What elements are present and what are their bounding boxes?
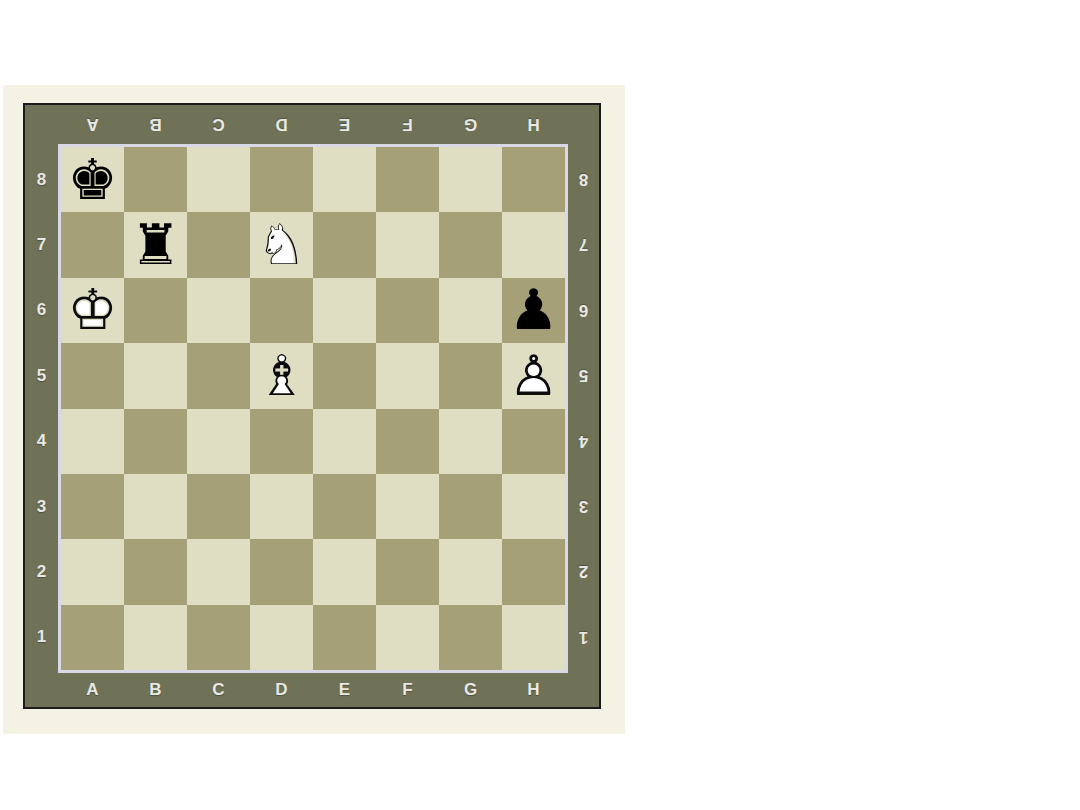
- rank-label-6: 6: [25, 278, 58, 343]
- square-f5[interactable]: [376, 343, 439, 408]
- file-label-a: A: [61, 673, 124, 707]
- square-h4[interactable]: [502, 409, 565, 474]
- square-a1[interactable]: [61, 605, 124, 670]
- square-d1[interactable]: [250, 605, 313, 670]
- square-h8[interactable]: [502, 147, 565, 212]
- square-f7[interactable]: [376, 212, 439, 277]
- square-b1[interactable]: [124, 605, 187, 670]
- white-king-icon: ♚♔: [67, 282, 117, 338]
- square-e1[interactable]: [313, 605, 376, 670]
- square-d6[interactable]: [250, 278, 313, 343]
- square-b4[interactable]: [124, 409, 187, 474]
- rank-label-3: 3: [568, 474, 599, 539]
- square-e7[interactable]: [313, 212, 376, 277]
- square-a7[interactable]: [61, 212, 124, 277]
- file-labels-top: ABCDEFGH: [61, 105, 565, 144]
- square-d3[interactable]: [250, 474, 313, 539]
- square-a5[interactable]: [61, 343, 124, 408]
- square-f1[interactable]: [376, 605, 439, 670]
- rank-label-5: 5: [568, 343, 599, 408]
- white-knight-icon: ♞♘: [256, 217, 306, 273]
- rank-label-1: 1: [568, 605, 599, 670]
- square-g1[interactable]: [439, 605, 502, 670]
- file-labels-bottom: ABCDEFGH: [61, 673, 565, 707]
- file-label-c: C: [187, 673, 250, 707]
- square-g3[interactable]: [439, 474, 502, 539]
- square-f4[interactable]: [376, 409, 439, 474]
- square-f3[interactable]: [376, 474, 439, 539]
- square-h3[interactable]: [502, 474, 565, 539]
- square-a2[interactable]: [61, 539, 124, 604]
- rank-labels-left: 87654321: [25, 147, 58, 670]
- file-label-a: A: [61, 105, 124, 144]
- file-label-b: B: [124, 673, 187, 707]
- square-e2[interactable]: [313, 539, 376, 604]
- file-label-f: F: [376, 673, 439, 707]
- black-rook-icon: ♜: [130, 217, 180, 273]
- square-g5[interactable]: [439, 343, 502, 408]
- rank-label-2: 2: [25, 539, 58, 604]
- square-c3[interactable]: [187, 474, 250, 539]
- black-king-icon: ♚: [67, 152, 117, 208]
- rank-label-8: 8: [25, 147, 58, 212]
- square-d8[interactable]: [250, 147, 313, 212]
- square-h1[interactable]: [502, 605, 565, 670]
- square-e3[interactable]: [313, 474, 376, 539]
- rank-label-4: 4: [25, 409, 58, 474]
- square-e5[interactable]: [313, 343, 376, 408]
- square-g4[interactable]: [439, 409, 502, 474]
- white-pawn-icon: ♟♙: [508, 348, 558, 404]
- square-b5[interactable]: [124, 343, 187, 408]
- square-g7[interactable]: [439, 212, 502, 277]
- rank-label-7: 7: [25, 212, 58, 277]
- square-b3[interactable]: [124, 474, 187, 539]
- square-b8[interactable]: [124, 147, 187, 212]
- white-bishop-icon: ♝♗: [256, 348, 306, 404]
- square-g6[interactable]: [439, 278, 502, 343]
- square-d5[interactable]: ♝♗: [250, 343, 313, 408]
- rank-label-6: 6: [568, 278, 599, 343]
- file-label-e: E: [313, 673, 376, 707]
- rank-label-7: 7: [568, 212, 599, 277]
- square-h6[interactable]: ♟: [502, 278, 565, 343]
- square-c5[interactable]: [187, 343, 250, 408]
- square-h2[interactable]: [502, 539, 565, 604]
- square-c6[interactable]: [187, 278, 250, 343]
- rank-label-8: 8: [568, 147, 599, 212]
- rank-label-5: 5: [25, 343, 58, 408]
- file-label-d: D: [250, 105, 313, 144]
- square-e8[interactable]: [313, 147, 376, 212]
- rank-label-2: 2: [568, 539, 599, 604]
- square-h5[interactable]: ♟♙: [502, 343, 565, 408]
- square-a3[interactable]: [61, 474, 124, 539]
- file-label-g: G: [439, 105, 502, 144]
- rank-labels-right: 87654321: [568, 147, 599, 670]
- rank-label-4: 4: [568, 409, 599, 474]
- square-g2[interactable]: [439, 539, 502, 604]
- rank-label-1: 1: [25, 605, 58, 670]
- file-label-d: D: [250, 673, 313, 707]
- black-pawn-icon: ♟: [508, 282, 558, 338]
- square-f6[interactable]: [376, 278, 439, 343]
- square-b7[interactable]: ♜: [124, 212, 187, 277]
- square-a4[interactable]: [61, 409, 124, 474]
- chess-board: ABCDEFGH ABCDEFGH 87654321 87654321 ♚♜♞♘…: [23, 103, 601, 709]
- square-c1[interactable]: [187, 605, 250, 670]
- board-inner: ♚♜♞♘♚♔♟♝♗♟♙: [58, 144, 568, 673]
- file-label-e: E: [313, 105, 376, 144]
- file-label-b: B: [124, 105, 187, 144]
- square-d2[interactable]: [250, 539, 313, 604]
- rank-label-3: 3: [25, 474, 58, 539]
- square-c2[interactable]: [187, 539, 250, 604]
- square-e6[interactable]: [313, 278, 376, 343]
- square-d4[interactable]: [250, 409, 313, 474]
- square-f2[interactable]: [376, 539, 439, 604]
- square-h7[interactable]: [502, 212, 565, 277]
- square-g8[interactable]: [439, 147, 502, 212]
- square-f8[interactable]: [376, 147, 439, 212]
- square-a6[interactable]: ♚♔: [61, 278, 124, 343]
- file-label-h: H: [502, 673, 565, 707]
- square-b2[interactable]: [124, 539, 187, 604]
- square-e4[interactable]: [313, 409, 376, 474]
- square-d7[interactable]: ♞♘: [250, 212, 313, 277]
- file-label-g: G: [439, 673, 502, 707]
- square-c7[interactable]: [187, 212, 250, 277]
- board-grid: ♚♜♞♘♚♔♟♝♗♟♙: [61, 147, 565, 670]
- board-panel: ABCDEFGH ABCDEFGH 87654321 87654321 ♚♜♞♘…: [3, 85, 625, 734]
- square-c4[interactable]: [187, 409, 250, 474]
- square-b6[interactable]: [124, 278, 187, 343]
- file-label-h: H: [502, 105, 565, 144]
- file-label-f: F: [376, 105, 439, 144]
- file-label-c: C: [187, 105, 250, 144]
- square-a8[interactable]: ♚: [61, 147, 124, 212]
- square-c8[interactable]: [187, 147, 250, 212]
